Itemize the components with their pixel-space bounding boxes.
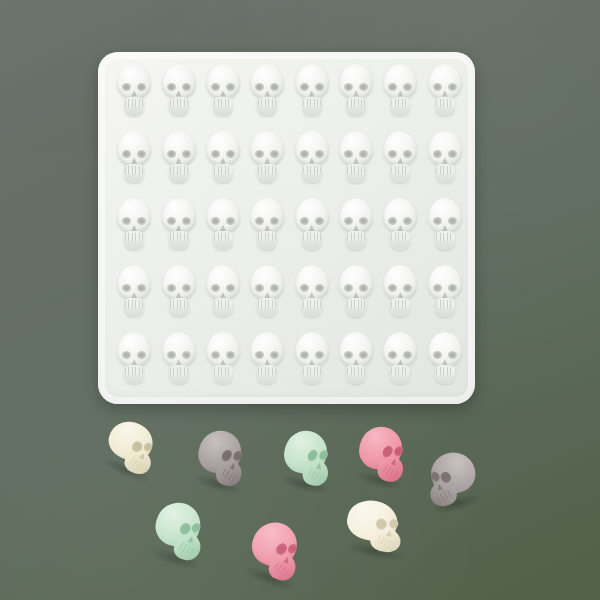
mold-cavity-r4c8 [426,265,464,321]
cavity-left-eye-socket [433,284,442,292]
mold-cavity-r3c3 [204,198,242,254]
mold-cavity-r4c6 [337,265,375,321]
candy-skull-body [98,415,169,483]
mold-cavity-r5c5 [293,332,331,388]
cavity-right-eye-socket [182,351,191,359]
cavity-teeth [436,300,454,308]
mold-cavity-r1c4 [248,64,286,120]
cavity-right-eye-socket [359,217,368,225]
cavity-right-eye-socket [448,217,457,225]
cavity-left-eye-socket [211,150,220,158]
mold-cavity-r3c1 [115,198,153,254]
cavity-right-eye-socket [315,83,324,91]
cavity-left-eye-socket [344,150,353,158]
mold-cavity-r4c4 [248,265,286,321]
cavity-left-eye-socket [344,217,353,225]
mold-cavity-r1c5 [293,64,331,120]
candy-skull-pink-bottom [242,516,314,590]
candy-skull-gray-top [190,426,257,495]
mold-cavity-r3c7 [381,198,419,254]
cavity-teeth [391,367,409,375]
mold-cavity-r1c7 [381,64,419,120]
mold-grid [112,58,467,394]
mold-cavity-r2c6 [337,131,375,187]
cavity-left-eye-socket [300,217,309,225]
candy-skull-body [277,426,343,493]
cavity-teeth [258,166,276,174]
mold-cavity-r1c1 [115,64,153,120]
mold-cavity-r5c1 [115,332,153,388]
mold-cavity-r3c2 [160,198,198,254]
cavity-left-eye-socket [255,83,264,91]
cavity-teeth [170,367,188,375]
cavity-right-eye-socket [182,83,191,91]
cavity-teeth [347,166,365,174]
mold-cavity-r5c7 [381,332,419,388]
cavity-left-eye-socket [433,83,442,91]
cavity-left-eye-socket [167,351,176,359]
mold-cavity-r2c2 [160,131,198,187]
cavity-teeth [170,99,188,107]
candy-skull-body [190,426,257,495]
cavity-left-eye-socket [300,83,309,91]
cavity-right-eye-socket [448,150,457,158]
cavity-teeth [125,99,143,107]
cavity-teeth [436,166,454,174]
cavity-teeth [214,233,232,241]
cavity-left-eye-socket [211,83,220,91]
mold-cavity-r3c4 [248,198,286,254]
candy-skull-cream-top [98,415,169,483]
cavity-right-eye-socket [315,217,324,225]
cavity-right-eye-socket [137,150,146,158]
mold-cavity-r2c1 [115,131,153,187]
cavity-left-eye-socket [122,83,131,91]
cavity-right-eye-socket [448,83,457,91]
mold-cavity-r2c5 [293,131,331,187]
cavity-right-eye-socket [226,150,235,158]
mold-cavity-r1c6 [337,64,375,120]
candy-skull-body [147,497,217,568]
cavity-right-eye-socket [403,83,412,91]
cavity-teeth [170,166,188,174]
mold-cavity-r5c3 [204,332,242,388]
cavity-teeth [170,233,188,241]
cavity-teeth [125,300,143,308]
mold-cavity-r1c8 [426,64,464,120]
mold-cavity-r5c4 [248,332,286,388]
candy-skull-pink-top [352,422,418,489]
cavity-teeth [303,367,321,375]
mold-cavity-r5c6 [337,332,375,388]
cavity-right-eye-socket [359,83,368,91]
candy-skull-body [415,447,484,514]
mold-cavity-r1c3 [204,64,242,120]
candy-skull-mint-top [277,426,343,493]
candy-skull-body [341,496,414,560]
cavity-teeth [347,233,365,241]
cavity-teeth [303,300,321,308]
cavity-left-eye-socket [388,83,397,91]
cavity-teeth [258,367,276,375]
cavity-right-eye-socket [226,83,235,91]
cavity-teeth [436,99,454,107]
mold-cavity-r3c5 [293,198,331,254]
cavity-right-eye-socket [182,217,191,225]
candy-skull-gray-right [415,447,484,514]
cavity-right-eye-socket [226,217,235,225]
mold-cavity-r2c8 [426,131,464,187]
cavity-right-eye-socket [182,150,191,158]
mold-cavity-r1c2 [160,64,198,120]
cavity-left-eye-socket [433,217,442,225]
candy-skull-cream-bottom [341,496,414,560]
table-surface [0,0,600,600]
mold-cavity-r3c6 [337,198,375,254]
candy-skull-body [352,422,418,489]
cavity-teeth [391,233,409,241]
cavity-teeth [258,300,276,308]
cavity-teeth [214,99,232,107]
candy-skull-mint-bottom [147,497,217,568]
cavity-teeth [125,166,143,174]
mold-cavity-r2c4 [248,131,286,187]
cavity-right-eye-socket [315,284,324,292]
cavity-teeth [214,300,232,308]
mold-cavity-r4c7 [381,265,419,321]
cavity-teeth [303,166,321,174]
mold-cavity-r4c5 [293,265,331,321]
cavity-teeth [347,300,365,308]
cavity-right-eye-socket [315,150,324,158]
cavity-teeth [303,99,321,107]
cavity-left-eye-socket [211,217,220,225]
cavity-left-eye-socket [300,150,309,158]
mold-cavity-r5c2 [160,332,198,388]
cavity-teeth [391,300,409,308]
cavity-left-eye-socket [167,217,176,225]
cavity-teeth [303,233,321,241]
skull-mold [98,52,475,404]
cavity-left-eye-socket [122,150,131,158]
mold-cavity-r4c2 [160,265,198,321]
cavity-teeth [214,367,232,375]
cavity-teeth [214,166,232,174]
mold-cavity-r4c1 [115,265,153,321]
cavity-left-eye-socket [300,284,309,292]
cavity-right-eye-socket [359,150,368,158]
mold-cavity-r3c8 [426,198,464,254]
mold-cavity-r2c7 [381,131,419,187]
candy-skull-body [242,516,314,590]
cavity-right-eye-socket [270,83,279,91]
cavity-left-eye-socket [433,150,442,158]
cavity-teeth [258,233,276,241]
cavity-teeth [391,99,409,107]
cavity-teeth [170,300,188,308]
mold-cavity-r4c3 [204,265,242,321]
cavity-right-eye-socket [137,83,146,91]
cavity-teeth [258,99,276,107]
cavity-teeth [391,166,409,174]
cavity-teeth [347,99,365,107]
mold-cavity-r2c3 [204,131,242,187]
cavity-teeth [125,367,143,375]
cavity-teeth [436,233,454,241]
cavity-right-eye-socket [448,284,457,292]
cavity-teeth [125,233,143,241]
mold-cavity-r5c8 [426,332,464,388]
cavity-teeth [436,367,454,375]
cavity-teeth [347,367,365,375]
cavity-left-eye-socket [344,83,353,91]
cavity-left-eye-socket [167,284,176,292]
cavity-right-eye-socket [182,284,191,292]
cavity-left-eye-socket [167,150,176,158]
cavity-left-eye-socket [167,83,176,91]
